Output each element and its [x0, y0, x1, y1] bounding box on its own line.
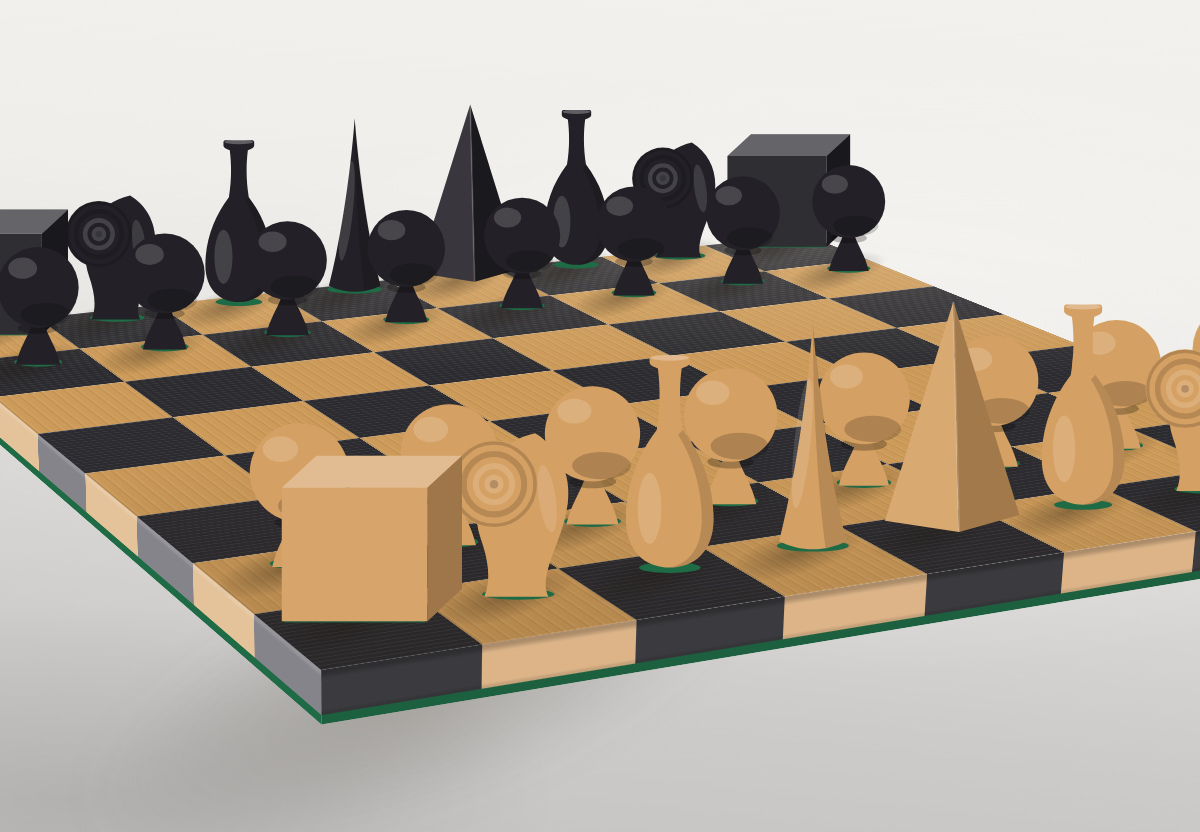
white-rook-cube-a1 — [262, 357, 472, 629]
pieces-layer — [0, 0, 1200, 832]
black-pawn-sphere-a7 — [0, 160, 120, 372]
chess-set-photo-scene — [0, 0, 1200, 832]
